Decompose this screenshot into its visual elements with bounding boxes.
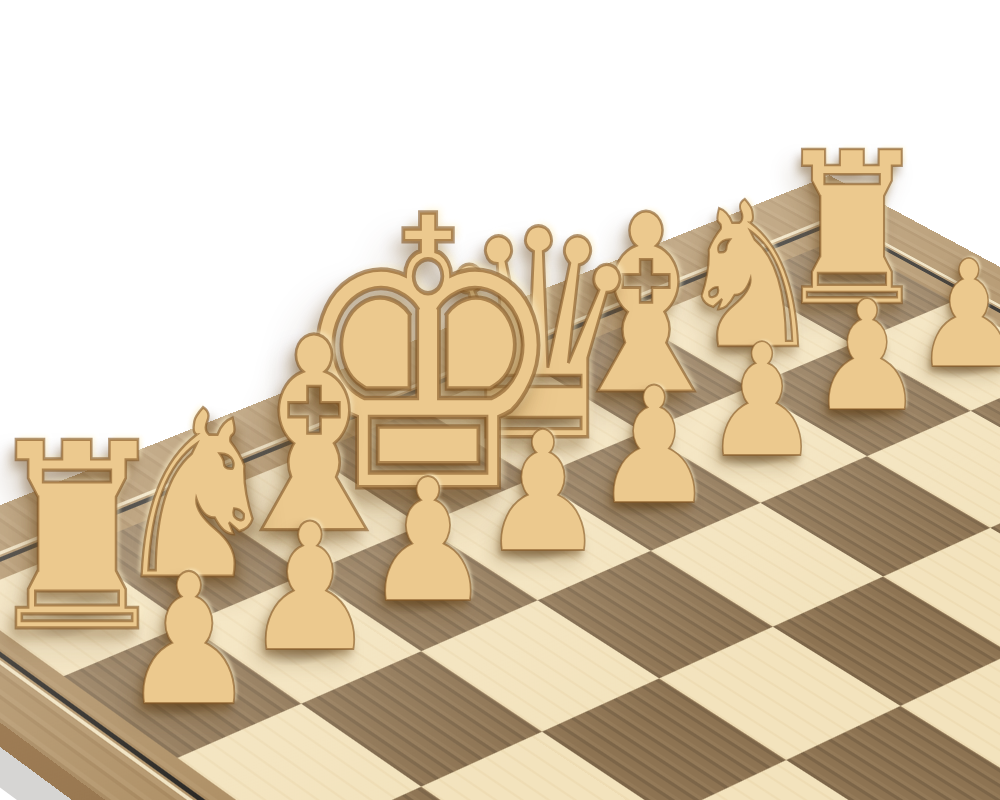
square-h4 — [297, 787, 547, 800]
square-g1 — [77, 500, 306, 624]
board-side-rail — [2, 26, 1000, 800]
shadow-white-pawn — [456, 500, 630, 587]
rail-fill — [0, 201, 1000, 800]
piece-white-pawn-a2: ♟ — [913, 241, 1000, 389]
piece-white-knight-b1: ♞ — [675, 176, 826, 377]
shadow-white-rook — [772, 258, 932, 333]
piece-white-queen-d1: ♛ — [430, 193, 648, 482]
square-b3 — [867, 411, 1000, 528]
piece-white-pawn-b2: ♟ — [809, 282, 923, 434]
square-d1 — [421, 364, 642, 478]
square-b2 — [749, 344, 971, 456]
piece-white-rook-a1: ♜ — [772, 126, 931, 337]
square-e6 — [919, 789, 1000, 800]
square-g3 — [301, 651, 542, 786]
shadow-white-pawn — [784, 364, 949, 444]
chessboard — [0, 0, 1000, 800]
square-f1 — [195, 454, 421, 574]
square-e4 — [659, 627, 900, 760]
shadow-white-queen — [455, 384, 623, 465]
piece-white-pawn-d2: ♟ — [593, 366, 714, 527]
square-g4 — [421, 732, 668, 800]
square-e2 — [421, 478, 650, 600]
shadow-white-pawn — [678, 408, 846, 490]
piece-white-bishop-c1: ♝ — [553, 183, 738, 429]
shadow-white-pawn — [220, 597, 400, 689]
table-fill — [0, 243, 1000, 800]
shadow-white-bishop — [563, 341, 728, 420]
square-c2 — [643, 387, 867, 502]
square-f3 — [421, 600, 659, 731]
square-h1 — [0, 549, 187, 677]
piece-white-pawn-h2: ♟ — [121, 550, 257, 731]
shadow-white-bishop — [228, 475, 401, 561]
square-g2 — [187, 574, 422, 704]
piece-shadows — [0, 239, 838, 598]
square-d4 — [773, 577, 1000, 706]
shadow-white-pawn — [97, 648, 280, 743]
square-c1 — [530, 321, 749, 432]
square-a3 — [971, 367, 1000, 481]
square-f2 — [306, 525, 538, 651]
shadow-white-king — [343, 429, 513, 512]
shadow-white-pawn — [340, 548, 517, 638]
square-c3 — [760, 456, 990, 576]
square-h3 — [178, 704, 422, 800]
border-inlay-light-line — [0, 215, 1000, 800]
square-f4 — [542, 678, 786, 800]
product-photo-stage: ♜♞♝♚♛♝♞♜♟♟♟♟♟♟♟♟ — [0, 0, 1000, 800]
shadow-white-pawn — [568, 453, 739, 537]
shadow-white-rook — [0, 571, 166, 662]
piece-white-knight-g1: ♞ — [110, 381, 284, 612]
square-e3 — [538, 551, 773, 679]
square-b1 — [635, 280, 852, 388]
pieces-layer: ♜♞♝♚♛♝♞♜♟♟♟♟♟♟♟♟ — [0, 0, 1000, 800]
square-f5 — [668, 760, 919, 800]
square-d3 — [651, 503, 883, 627]
piece-white-pawn-c2: ♟ — [703, 323, 820, 479]
square-d5 — [900, 653, 1000, 788]
square-b4 — [990, 480, 1000, 602]
square-d2 — [534, 432, 761, 551]
piece-white-rook-h1: ♜ — [0, 409, 174, 667]
piece-white-pawn-f2: ♟ — [364, 456, 492, 626]
shadow-white-pawn — [887, 321, 1000, 399]
square-c4 — [883, 528, 1000, 654]
piece-white-bishop-f1: ♝ — [213, 303, 415, 571]
board-grid — [0, 239, 1000, 800]
piece-white-king-e1: ♚ — [286, 169, 569, 545]
square-a1 — [738, 239, 952, 344]
piece-white-pawn-e2: ♟ — [480, 410, 605, 576]
square-a2 — [852, 302, 1000, 411]
square-e5 — [786, 706, 1000, 800]
square-h2 — [64, 624, 301, 757]
square-e1 — [310, 408, 534, 525]
table-surface — [4, 68, 1000, 800]
depth-haze — [0, 175, 1000, 800]
shadow-white-knight — [669, 299, 831, 376]
border-inlay-black-line — [0, 220, 1000, 800]
piece-white-pawn-g2: ♟ — [244, 502, 377, 678]
shadow-white-knight — [109, 522, 285, 610]
board-border — [0, 175, 1000, 800]
